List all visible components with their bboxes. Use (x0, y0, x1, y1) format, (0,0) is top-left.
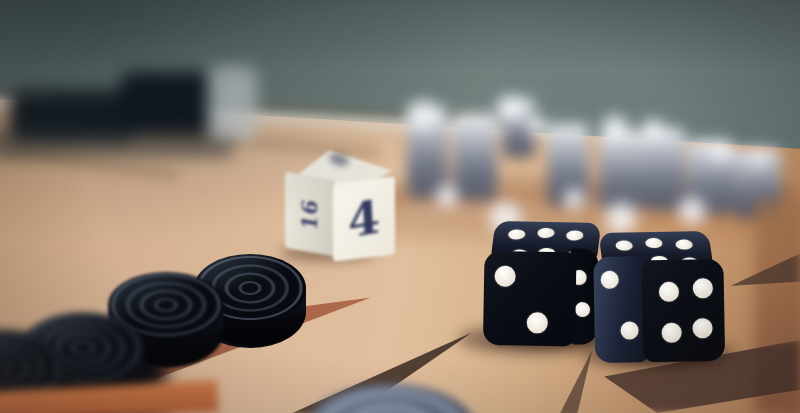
black-checker-stack-blurred (0, 48, 285, 168)
die-left (483, 219, 611, 347)
die-pip (508, 230, 526, 240)
die-front-face (641, 259, 725, 362)
metal-checkers-bokeh-row (385, 90, 800, 225)
die-pip (495, 266, 516, 287)
bokeh-glint (639, 116, 667, 144)
die-pip (692, 278, 712, 298)
bokeh-glint (675, 194, 709, 228)
die-pip (692, 318, 712, 338)
metal-checker-stack-blurred (453, 114, 497, 200)
die-pip (645, 238, 663, 248)
bokeh-glint (493, 92, 527, 126)
bokeh-glint (599, 112, 631, 144)
doubling-cube: 16 4 (281, 146, 397, 262)
die-front-face (483, 251, 577, 347)
die-right (593, 229, 725, 363)
bokeh-glint (525, 114, 549, 138)
die-pip (527, 312, 548, 333)
black-checker-blob (120, 72, 215, 136)
backgammon-photo-scene: 16 4 (0, 0, 800, 413)
white-checker-blob (207, 66, 257, 140)
bokeh-glint (433, 182, 461, 210)
die-pip (565, 231, 583, 241)
bokeh-glint (403, 96, 443, 136)
die-pip (575, 302, 590, 317)
die-pip (620, 322, 638, 340)
cube-side-face: 16 (285, 172, 335, 257)
bokeh-glint (747, 146, 771, 170)
cube-front-face: 4 (333, 176, 395, 262)
bokeh-glint (561, 186, 587, 212)
die-pip (661, 323, 681, 343)
stack-base-shadow (0, 128, 235, 158)
bokeh-glint (707, 138, 735, 166)
die-pip (601, 271, 619, 289)
silver-checker-partial (306, 384, 476, 413)
die-pip (537, 228, 555, 238)
cube-side-value: 16 (297, 196, 322, 232)
die-pip (659, 281, 679, 301)
die-pip (615, 240, 633, 250)
cube-front-value: 4 (347, 193, 381, 244)
die-pip (674, 239, 692, 249)
